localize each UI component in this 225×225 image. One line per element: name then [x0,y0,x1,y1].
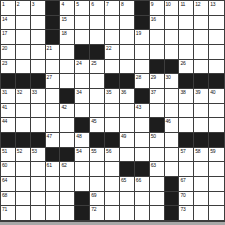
white-cell[interactable] [31,118,46,133]
black-square [16,133,31,148]
clue-number: 57 [180,148,185,154]
white-cell[interactable]: 28 [135,74,150,89]
white-cell[interactable]: 58 [194,148,209,163]
white-cell[interactable] [31,104,46,119]
clue-number: 30 [166,74,171,80]
white-cell[interactable] [179,16,194,31]
white-cell[interactable] [31,192,46,207]
white-cell[interactable]: 45 [90,118,105,133]
clue-number: 69 [91,192,96,198]
white-cell[interactable]: 65 [120,177,135,192]
white-cell[interactable] [46,192,61,207]
black-square [150,60,165,75]
clue-number: 23 [2,60,7,66]
black-square [194,74,209,89]
black-square [75,118,90,133]
white-cell[interactable] [60,118,75,133]
white-cell[interactable]: 6 [90,1,105,16]
clue-number: 47 [47,133,52,139]
clue-number: 7 [106,1,109,7]
white-cell[interactable] [179,162,194,177]
white-cell[interactable]: 49 [120,133,135,148]
white-cell[interactable]: 10 [165,1,180,16]
clue-number: 15 [61,16,66,22]
white-cell[interactable] [150,104,165,119]
white-cell[interactable] [60,74,75,89]
white-cell[interactable] [46,177,61,192]
white-cell[interactable]: 61 [46,162,61,177]
white-cell[interactable]: 11 [179,1,194,16]
white-cell[interactable]: 5 [75,1,90,16]
black-square [60,148,75,163]
white-cell[interactable] [179,30,194,45]
clue-number: 48 [76,133,81,139]
clue-number: 44 [2,118,7,124]
clue-number: 61 [47,162,52,168]
white-cell[interactable] [60,60,75,75]
clue-number: 9 [151,1,154,7]
black-square [165,177,180,192]
white-cell[interactable] [105,177,120,192]
clue-number: 72 [91,206,96,212]
clue-number: 34 [76,89,81,95]
black-square [105,74,120,89]
white-cell[interactable]: 33 [31,89,46,104]
white-cell[interactable]: 62 [60,162,75,177]
white-cell[interactable] [120,206,135,221]
white-cell[interactable]: 27 [46,74,61,89]
white-cell[interactable] [194,162,209,177]
white-cell[interactable]: 34 [75,89,90,104]
white-cell[interactable] [90,104,105,119]
white-cell[interactable]: 43 [135,104,150,119]
black-square [120,74,135,89]
white-cell[interactable] [105,118,120,133]
clue-number: 41 [2,104,7,110]
white-cell[interactable] [75,104,90,119]
black-square [135,16,150,31]
white-cell[interactable]: 63 [150,162,165,177]
clue-number: 33 [32,89,37,95]
white-cell[interactable] [209,60,224,75]
white-cell[interactable] [194,206,209,221]
white-cell[interactable] [105,192,120,207]
white-cell[interactable]: 67 [179,177,194,192]
black-square [90,45,105,60]
white-cell[interactable] [194,192,209,207]
black-square [209,133,224,148]
white-cell[interactable]: 39 [194,89,209,104]
black-square [135,89,150,104]
white-cell[interactable]: 19 [135,30,150,45]
white-cell[interactable]: 3 [31,1,46,16]
clue-number: 38 [180,89,185,95]
clue-number: 36 [121,89,126,95]
clue-number: 64 [2,177,7,183]
white-cell[interactable] [150,30,165,45]
white-cell[interactable] [165,133,180,148]
clue-number: 51 [2,148,7,154]
white-cell[interactable] [209,16,224,31]
white-cell[interactable]: 68 [1,192,16,207]
clue-number: 32 [17,89,22,95]
clue-number: 56 [106,148,111,154]
clue-number: 12 [195,1,200,7]
white-cell[interactable]: 30 [165,74,180,89]
crossword-grid: 1234567891011121314151617181920212223242… [0,0,225,222]
clue-number: 31 [2,89,7,95]
white-cell[interactable]: 15 [60,16,75,31]
white-cell[interactable] [165,162,180,177]
clue-number: 46 [166,118,171,124]
white-cell[interactable] [105,162,120,177]
clue-number: 35 [106,89,111,95]
white-cell[interactable]: 2 [16,1,31,16]
white-cell[interactable] [120,192,135,207]
white-cell[interactable] [194,16,209,31]
white-cell[interactable] [75,162,90,177]
white-cell[interactable] [120,45,135,60]
white-cell[interactable] [135,118,150,133]
white-cell[interactable] [135,148,150,163]
black-square [16,74,31,89]
white-cell[interactable] [120,104,135,119]
white-cell[interactable]: 70 [179,192,194,207]
white-cell[interactable] [209,177,224,192]
white-cell[interactable]: 46 [165,118,180,133]
white-cell[interactable] [16,104,31,119]
white-cell[interactable]: 55 [90,148,105,163]
white-cell[interactable]: 36 [120,89,135,104]
white-cell[interactable] [165,45,180,60]
white-cell[interactable]: 4 [60,1,75,16]
white-cell[interactable] [16,162,31,177]
white-cell[interactable]: 8 [120,1,135,16]
clue-number: 1 [2,1,5,7]
white-cell[interactable] [31,162,46,177]
white-cell[interactable] [165,89,180,104]
white-cell[interactable] [135,133,150,148]
white-cell[interactable] [120,16,135,31]
black-square [165,192,180,207]
white-cell[interactable]: 60 [1,162,16,177]
black-square [46,30,61,45]
clue-number: 17 [2,30,7,36]
clue-number: 6 [91,1,94,7]
clue-number: 21 [47,45,52,51]
white-cell[interactable]: 25 [90,60,105,75]
white-cell[interactable]: 72 [90,206,105,221]
black-square [135,1,150,16]
white-cell[interactable] [60,206,75,221]
clue-number: 63 [151,162,156,168]
white-cell[interactable]: 71 [1,206,16,221]
white-cell[interactable] [60,192,75,207]
white-cell[interactable] [165,16,180,31]
white-cell[interactable]: 40 [209,89,224,104]
white-cell[interactable] [209,45,224,60]
white-cell[interactable] [46,60,61,75]
clue-number: 29 [151,74,156,80]
white-cell[interactable]: 64 [1,177,16,192]
clue-number: 55 [91,148,96,154]
black-square [75,45,90,60]
clue-number: 25 [91,60,96,66]
white-cell[interactable] [165,104,180,119]
clue-number: 16 [151,16,156,22]
black-square [1,133,16,148]
white-cell[interactable] [150,192,165,207]
white-cell[interactable] [90,162,105,177]
white-cell[interactable]: 41 [1,104,16,119]
clue-number: 49 [121,133,126,139]
clue-number: 62 [61,162,66,168]
white-cell[interactable] [105,104,120,119]
white-cell[interactable] [16,206,31,221]
white-cell[interactable] [90,74,105,89]
white-cell[interactable] [135,45,150,60]
white-cell[interactable]: 31 [1,89,16,104]
white-cell[interactable]: 42 [60,104,75,119]
clue-number: 10 [166,1,171,7]
white-cell[interactable] [46,104,61,119]
white-cell[interactable]: 12 [194,1,209,16]
white-cell[interactable] [31,16,46,31]
white-cell[interactable] [194,104,209,119]
white-cell[interactable]: 17 [1,30,16,45]
clue-number: 11 [180,1,185,7]
clue-number: 59 [210,148,215,154]
white-cell[interactable] [194,45,209,60]
clue-number: 67 [180,177,185,183]
white-cell[interactable] [209,206,224,221]
clue-number: 68 [2,192,7,198]
white-cell[interactable] [120,60,135,75]
white-cell[interactable] [150,206,165,221]
white-cell[interactable] [165,148,180,163]
white-cell[interactable] [16,118,31,133]
white-cell[interactable] [31,206,46,221]
white-cell[interactable] [165,30,180,45]
white-cell[interactable] [16,16,31,31]
white-cell[interactable] [150,177,165,192]
black-square [75,192,90,207]
white-cell[interactable] [46,118,61,133]
white-cell[interactable] [46,89,61,104]
white-cell[interactable] [209,30,224,45]
white-cell[interactable]: 52 [16,148,31,163]
white-cell[interactable]: 14 [1,16,16,31]
white-cell[interactable]: 57 [179,148,194,163]
clue-number: 2 [17,1,20,7]
white-cell[interactable]: 54 [75,148,90,163]
clue-number: 42 [61,104,66,110]
white-cell[interactable]: 20 [1,45,16,60]
white-cell[interactable] [90,30,105,45]
black-square [31,133,46,148]
white-cell[interactable]: 29 [150,74,165,89]
white-cell[interactable] [75,30,90,45]
white-cell[interactable] [90,177,105,192]
white-cell[interactable] [75,74,90,89]
black-square [75,206,90,221]
clue-number: 3 [32,1,35,7]
white-cell[interactable]: 32 [16,89,31,104]
black-square [194,133,209,148]
grid-bottom-shadow [0,222,225,225]
white-cell[interactable]: 21 [46,45,61,60]
clue-number: 52 [17,148,22,154]
clue-number: 54 [76,148,81,154]
white-cell[interactable]: 26 [179,60,194,75]
black-square [165,60,180,75]
black-square [46,148,61,163]
white-cell[interactable] [31,60,46,75]
clue-number: 18 [61,30,66,36]
white-cell[interactable]: 9 [150,1,165,16]
clue-number: 71 [2,206,7,212]
white-cell[interactable]: 59 [209,148,224,163]
white-cell[interactable]: 51 [1,148,16,163]
white-cell[interactable] [60,177,75,192]
clue-number: 28 [136,74,141,80]
white-cell[interactable]: 44 [1,118,16,133]
white-cell[interactable] [31,177,46,192]
white-cell[interactable] [120,30,135,45]
white-cell[interactable] [105,206,120,221]
black-square [209,74,224,89]
white-cell[interactable]: 48 [75,133,90,148]
black-square [179,133,194,148]
black-square [120,162,135,177]
white-cell[interactable] [90,16,105,31]
clue-number: 19 [136,30,141,36]
white-cell[interactable] [120,118,135,133]
white-cell[interactable]: 69 [90,192,105,207]
white-cell[interactable]: 22 [105,45,120,60]
white-cell[interactable]: 73 [179,206,194,221]
clue-number: 5 [76,1,79,7]
white-cell[interactable] [16,60,31,75]
black-square [135,162,150,177]
white-cell[interactable]: 35 [105,89,120,104]
clue-number: 37 [151,89,156,95]
clue-number: 50 [151,133,156,139]
white-cell[interactable] [135,60,150,75]
white-cell[interactable] [135,206,150,221]
white-cell[interactable] [179,45,194,60]
clue-number: 60 [2,162,7,168]
clue-number: 26 [180,60,185,66]
white-cell[interactable]: 23 [1,60,16,75]
clue-number: 13 [210,1,215,7]
white-cell[interactable] [120,148,135,163]
white-cell[interactable] [31,45,46,60]
black-square [46,1,61,16]
white-cell[interactable] [209,162,224,177]
black-square [1,74,16,89]
clue-number: 4 [61,1,64,7]
white-cell[interactable] [16,177,31,192]
white-cell[interactable] [179,118,194,133]
white-cell[interactable] [60,133,75,148]
black-square [46,16,61,31]
white-cell[interactable] [46,206,61,221]
clue-number: 66 [136,177,141,183]
white-cell[interactable] [150,45,165,60]
black-square [179,74,194,89]
white-cell[interactable] [194,177,209,192]
clue-number: 43 [136,104,141,110]
clue-number: 22 [106,45,111,51]
white-cell[interactable] [194,118,209,133]
white-cell[interactable]: 18 [60,30,75,45]
white-cell[interactable]: 24 [75,60,90,75]
clue-number: 14 [2,16,7,22]
white-cell[interactable] [60,45,75,60]
black-square [31,74,46,89]
white-cell[interactable]: 37 [150,89,165,104]
clue-number: 65 [121,177,126,183]
clue-number: 40 [210,89,215,95]
white-cell[interactable] [209,118,224,133]
black-square [105,133,120,148]
white-cell[interactable] [16,30,31,45]
white-cell[interactable]: 50 [150,133,165,148]
white-cell[interactable]: 16 [150,16,165,31]
white-cell[interactable]: 7 [105,1,120,16]
clue-number: 53 [32,148,37,154]
white-cell[interactable] [105,60,120,75]
clue-number: 45 [91,118,96,124]
white-cell[interactable] [194,60,209,75]
white-cell[interactable]: 66 [135,177,150,192]
white-cell[interactable] [105,30,120,45]
white-cell[interactable]: 56 [105,148,120,163]
white-cell[interactable] [105,16,120,31]
clue-number: 70 [180,192,185,198]
white-cell[interactable] [16,192,31,207]
clue-number: 20 [2,45,7,51]
white-cell[interactable]: 38 [179,89,194,104]
white-cell[interactable] [135,192,150,207]
white-cell[interactable] [16,45,31,60]
white-cell[interactable] [150,148,165,163]
white-cell[interactable] [179,104,194,119]
clue-number: 27 [47,74,52,80]
clue-number: 24 [76,60,81,66]
black-square [90,133,105,148]
black-square [60,89,75,104]
clue-number: 39 [195,89,200,95]
white-cell[interactable] [194,30,209,45]
white-cell[interactable]: 53 [31,148,46,163]
white-cell[interactable]: 47 [46,133,61,148]
white-cell[interactable] [31,30,46,45]
white-cell[interactable] [75,16,90,31]
clue-number: 73 [180,206,185,212]
clue-number: 58 [195,148,200,154]
white-cell[interactable] [209,104,224,119]
white-cell[interactable] [75,177,90,192]
white-cell[interactable] [90,89,105,104]
clue-number: 8 [121,1,124,7]
black-square [150,118,165,133]
white-cell[interactable]: 13 [209,1,224,16]
white-cell[interactable]: 1 [1,1,16,16]
black-square [165,206,180,221]
white-cell[interactable] [209,192,224,207]
